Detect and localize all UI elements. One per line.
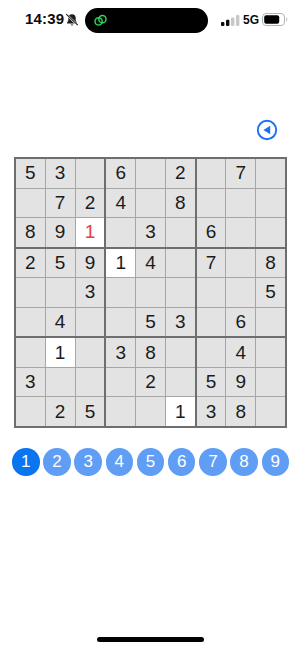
number-button-2[interactable]: 2: [43, 448, 71, 476]
number-button-1[interactable]: 1: [12, 448, 40, 476]
cell-r7c9[interactable]: [256, 338, 285, 367]
number-pad: 123456789: [12, 448, 289, 476]
cell-r8c3[interactable]: [76, 368, 105, 397]
cell-r8c1[interactable]: 3: [16, 368, 45, 397]
cell-r8c2[interactable]: [46, 368, 75, 397]
sudoku-box-6: 7856: [197, 249, 285, 337]
home-indicator[interactable]: [97, 637, 204, 642]
cell-r9c1[interactable]: [16, 397, 45, 426]
cell-r5c9[interactable]: 5: [256, 278, 285, 307]
cell-r5c1[interactable]: [16, 278, 45, 307]
cell-r8c6[interactable]: [166, 368, 195, 397]
cell-r2c3[interactable]: 2: [76, 189, 105, 218]
cell-r6c8[interactable]: 6: [226, 308, 255, 337]
cell-r2c7[interactable]: [197, 189, 226, 218]
cell-r4c3[interactable]: 9: [76, 249, 105, 278]
cell-r2c2[interactable]: 7: [46, 189, 75, 218]
cell-r9c9[interactable]: [256, 397, 285, 426]
cell-r1c1[interactable]: 5: [16, 159, 45, 188]
cell-r4c5[interactable]: 4: [136, 249, 165, 278]
cell-r1c9[interactable]: [256, 159, 285, 188]
cell-r1c4[interactable]: 6: [106, 159, 135, 188]
cell-r9c3[interactable]: 5: [76, 397, 105, 426]
bell-slash-icon: [65, 13, 79, 27]
status-bar: 14:39 5G: [0, 0, 300, 44]
cell-r9c7[interactable]: 3: [197, 397, 226, 426]
cell-r6c6[interactable]: 3: [166, 308, 195, 337]
cell-r8c7[interactable]: 5: [197, 368, 226, 397]
battery-icon: [262, 13, 289, 26]
hotspot-rings-icon: [92, 12, 109, 29]
cell-r3c5[interactable]: 3: [136, 218, 165, 247]
cell-r4c1[interactable]: 2: [16, 249, 45, 278]
sudoku-box-2: 62483: [106, 159, 194, 247]
cell-r1c3[interactable]: [76, 159, 105, 188]
network-type-label: 5G: [243, 13, 259, 27]
cell-r8c4[interactable]: [106, 368, 135, 397]
sudoku-box-3: 76: [197, 159, 285, 247]
cell-r3c3[interactable]: 1: [76, 218, 105, 247]
cell-r6c3[interactable]: [76, 308, 105, 337]
cell-r2c5[interactable]: [136, 189, 165, 218]
cell-r7c2[interactable]: 1: [46, 338, 75, 367]
cell-r6c2[interactable]: 4: [46, 308, 75, 337]
cell-r7c4[interactable]: 3: [106, 338, 135, 367]
cell-r6c5[interactable]: 5: [136, 308, 165, 337]
number-button-6[interactable]: 6: [168, 448, 196, 476]
cell-r6c9[interactable]: [256, 308, 285, 337]
cell-r4c8[interactable]: [226, 249, 255, 278]
cell-r8c5[interactable]: 2: [136, 368, 165, 397]
cell-r7c1[interactable]: [16, 338, 45, 367]
cell-r2c1[interactable]: [16, 189, 45, 218]
number-button-3[interactable]: 3: [74, 448, 102, 476]
cell-r3c4[interactable]: [106, 218, 135, 247]
number-button-7[interactable]: 7: [199, 448, 227, 476]
cell-r3c1[interactable]: 8: [16, 218, 45, 247]
cell-r7c5[interactable]: 8: [136, 338, 165, 367]
cell-r7c6[interactable]: [166, 338, 195, 367]
undo-button[interactable]: [255, 118, 279, 142]
cell-r2c8[interactable]: [226, 189, 255, 218]
cell-r7c7[interactable]: [197, 338, 226, 367]
cell-r1c5[interactable]: [136, 159, 165, 188]
cell-r9c6[interactable]: 1: [166, 397, 195, 426]
cell-r6c1[interactable]: [16, 308, 45, 337]
cell-r3c6[interactable]: [166, 218, 195, 247]
cell-r8c9[interactable]: [256, 368, 285, 397]
sudoku-board: 5372891624837625934145378561325382145938: [14, 157, 287, 428]
cell-r2c6[interactable]: 8: [166, 189, 195, 218]
cell-r5c8[interactable]: [226, 278, 255, 307]
cell-r4c7[interactable]: 7: [197, 249, 226, 278]
cell-r6c7[interactable]: [197, 308, 226, 337]
cell-r3c7[interactable]: 6: [197, 218, 226, 247]
cell-r5c6[interactable]: [166, 278, 195, 307]
cell-r1c8[interactable]: 7: [226, 159, 255, 188]
cell-r3c9[interactable]: [256, 218, 285, 247]
cell-r2c4[interactable]: 4: [106, 189, 135, 218]
cell-r9c2[interactable]: 2: [46, 397, 75, 426]
cell-r3c2[interactable]: 9: [46, 218, 75, 247]
cell-r3c8[interactable]: [226, 218, 255, 247]
cellular-signal-icon: [221, 15, 240, 26]
sudoku-box-8: 3821: [106, 338, 194, 426]
cell-r2c9[interactable]: [256, 189, 285, 218]
cell-r6c4[interactable]: [106, 308, 135, 337]
cell-r8c8[interactable]: 9: [226, 368, 255, 397]
cell-r5c2[interactable]: [46, 278, 75, 307]
cell-r5c7[interactable]: [197, 278, 226, 307]
cell-r9c4[interactable]: [106, 397, 135, 426]
clock: 14:39: [25, 10, 64, 27]
number-button-5[interactable]: 5: [137, 448, 165, 476]
cell-r4c2[interactable]: 5: [46, 249, 75, 278]
sudoku-box-5: 1453: [106, 249, 194, 337]
cell-r5c4[interactable]: [106, 278, 135, 307]
cell-r9c5[interactable]: [136, 397, 165, 426]
cell-r9c8[interactable]: 8: [226, 397, 255, 426]
cell-r4c4[interactable]: 1: [106, 249, 135, 278]
cell-r4c9[interactable]: 8: [256, 249, 285, 278]
cell-r1c7[interactable]: [197, 159, 226, 188]
sudoku-box-4: 25934: [16, 249, 104, 337]
cell-r4c6[interactable]: [166, 249, 195, 278]
dynamic-island[interactable]: [85, 8, 208, 33]
sudoku-box-7: 1325: [16, 338, 104, 426]
number-button-8[interactable]: 8: [230, 448, 258, 476]
sudoku-box-1: 5372891: [16, 159, 104, 247]
cell-r1c2[interactable]: 3: [46, 159, 75, 188]
cell-r1c6[interactable]: 2: [166, 159, 195, 188]
number-button-4[interactable]: 4: [106, 448, 134, 476]
number-button-9[interactable]: 9: [262, 448, 290, 476]
cell-r7c8[interactable]: 4: [226, 338, 255, 367]
cell-r5c5[interactable]: [136, 278, 165, 307]
sudoku-box-9: 45938: [197, 338, 285, 426]
cell-r7c3[interactable]: [76, 338, 105, 367]
cell-r5c3[interactable]: 3: [76, 278, 105, 307]
